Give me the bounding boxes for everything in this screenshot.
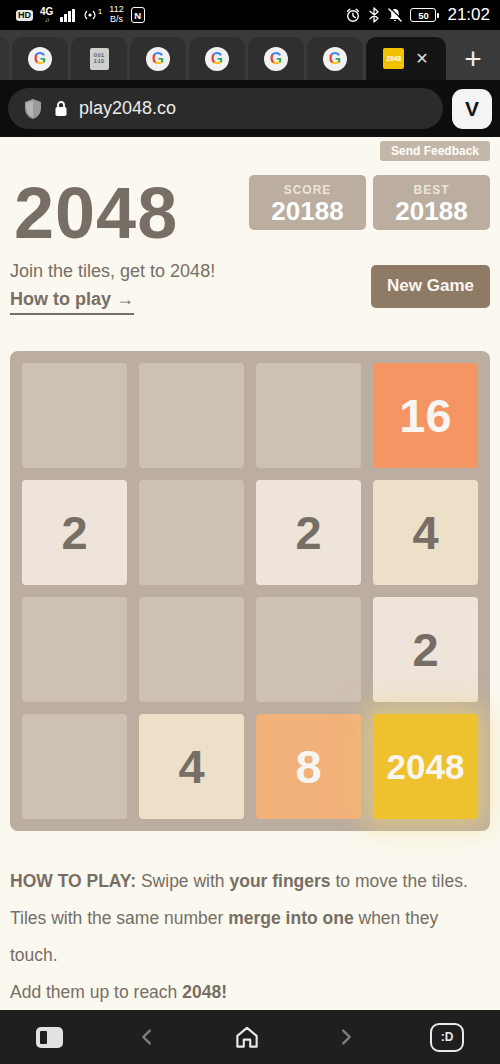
cell-empty xyxy=(256,597,361,702)
best-box: BEST 20188 xyxy=(373,175,490,230)
tile-2: 2 xyxy=(373,597,478,702)
tab-bar: G001110GGGG2048✕ + xyxy=(0,30,500,80)
home-button[interactable] xyxy=(232,1023,262,1051)
tab-active[interactable]: 2048✕ xyxy=(366,37,446,80)
2048-favicon: 2048 xyxy=(383,48,404,69)
signal-strength-icon xyxy=(60,9,75,22)
browser-nav-bar: :D xyxy=(0,1010,500,1064)
tab-close-button[interactable]: ✕ xyxy=(415,51,428,67)
board-grid[interactable]: 162242482048 xyxy=(10,351,490,831)
cell-empty xyxy=(139,597,244,702)
vivaldi-games-button[interactable]: :D xyxy=(430,1023,464,1052)
address-bar-row: play2048.co V xyxy=(0,80,500,137)
address-bar[interactable]: play2048.co xyxy=(8,88,443,129)
network-type-indicator: 4G ↓↑ xyxy=(40,7,53,23)
hotspot-icon: 1 xyxy=(82,7,102,23)
cell-empty xyxy=(22,597,127,702)
vivaldi-menu-button[interactable]: V xyxy=(452,89,492,129)
network-speed: 112 B/s xyxy=(109,5,123,25)
tile-4: 4 xyxy=(373,480,478,585)
tile-16: 16 xyxy=(373,363,478,468)
tab[interactable]: G xyxy=(248,37,304,80)
nfc-icon: N xyxy=(131,7,145,23)
best-label: BEST xyxy=(373,183,490,197)
google-favicon: G xyxy=(146,47,170,71)
score-value: 20188 xyxy=(249,197,366,226)
hotspot-count: 1 xyxy=(98,8,102,16)
shield-icon[interactable] xyxy=(23,98,43,120)
tab[interactable]: 001110 xyxy=(71,37,127,80)
google-favicon: G xyxy=(264,47,288,71)
google-favicon: G xyxy=(205,47,229,71)
tile-2048: 2048 xyxy=(373,714,478,819)
score-label: SCORE xyxy=(249,183,366,197)
send-feedback-button[interactable]: Send Feedback xyxy=(380,141,490,161)
tile-2: 2 xyxy=(256,480,361,585)
binary-file-favicon: 001110 xyxy=(90,48,109,70)
forward-button[interactable] xyxy=(335,1026,357,1048)
cell-empty xyxy=(22,363,127,468)
how-to-play-text: HOW TO PLAY: Swipe with your fingers to … xyxy=(10,863,490,1010)
tab[interactable]: G xyxy=(307,37,363,80)
bluetooth-icon xyxy=(368,7,380,23)
hd-icon: HD xyxy=(16,10,33,21)
tile-8: 8 xyxy=(256,714,361,819)
back-button[interactable] xyxy=(136,1026,158,1048)
cell-empty xyxy=(139,363,244,468)
score-box: SCORE 20188 xyxy=(249,175,366,230)
tab[interactable]: G xyxy=(12,37,68,80)
panels-toggle-button[interactable] xyxy=(36,1027,63,1048)
google-favicon: G xyxy=(28,47,52,71)
lock-icon xyxy=(54,100,68,117)
tile-2: 2 xyxy=(22,480,127,585)
page-content: Send Feedback 2048 SCORE 20188 BEST 2018… xyxy=(0,137,500,1010)
how-to-play-link[interactable]: How to play → xyxy=(10,285,134,315)
tab[interactable]: G xyxy=(130,37,186,80)
alarm-icon xyxy=(345,7,361,23)
battery-percent: 50 xyxy=(418,10,429,21)
best-value: 20188 xyxy=(373,197,490,226)
cell-empty xyxy=(256,363,361,468)
battery-icon: 50 xyxy=(410,8,436,22)
tab-partial[interactable] xyxy=(0,37,9,80)
new-tab-button[interactable]: + xyxy=(446,37,500,80)
url-text: play2048.co xyxy=(79,98,176,119)
status-bar: HD 4G ↓↑ 1 112 B/s N xyxy=(0,0,500,30)
page-title: 2048 xyxy=(14,171,178,255)
score-panel: SCORE 20188 BEST 20188 xyxy=(249,175,490,255)
google-favicon: G xyxy=(323,47,347,71)
notifications-muted-icon xyxy=(387,7,403,23)
tab-list: G001110GGGG2048✕ xyxy=(0,30,446,80)
cell-empty xyxy=(22,714,127,819)
clock: 21:02 xyxy=(447,5,490,25)
intro-text: Join the tiles, get to 2048! How to play… xyxy=(10,257,215,315)
new-game-button[interactable]: New Game xyxy=(371,265,490,308)
tab[interactable]: G xyxy=(189,37,245,80)
tile-4: 4 xyxy=(139,714,244,819)
cell-empty xyxy=(139,480,244,585)
